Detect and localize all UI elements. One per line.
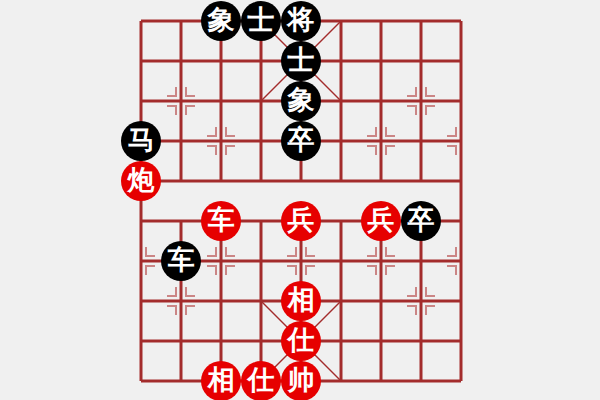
- piece-red-soldier[interactable]: 兵: [361, 201, 401, 241]
- piece-black-advisor[interactable]: 士: [241, 1, 281, 41]
- piece-red-soldier[interactable]: 兵: [281, 201, 321, 241]
- piece-red-advisor[interactable]: 仕: [281, 321, 321, 361]
- piece-black-soldier[interactable]: 卒: [281, 121, 321, 161]
- piece-red-advisor[interactable]: 仕: [241, 361, 281, 400]
- piece-red-elephant[interactable]: 相: [281, 281, 321, 321]
- piece-red-general[interactable]: 帅: [281, 361, 321, 400]
- piece-black-advisor[interactable]: 士: [281, 41, 321, 81]
- piece-black-horse[interactable]: 马: [121, 121, 161, 161]
- xiangqi-diagram: 象士将士象马卒炮车兵兵卒车相仕相仕帅: [0, 0, 600, 400]
- xiangqi-board: 象士将士象马卒炮车兵兵卒车相仕相仕帅: [121, 1, 481, 400]
- piece-black-chariot[interactable]: 车: [161, 241, 201, 281]
- piece-black-soldier[interactable]: 卒: [401, 201, 441, 241]
- piece-red-chariot[interactable]: 车: [201, 201, 241, 241]
- piece-red-cannon[interactable]: 炮: [121, 161, 161, 201]
- piece-red-elephant[interactable]: 相: [201, 361, 241, 400]
- piece-black-elephant[interactable]: 象: [281, 81, 321, 121]
- piece-black-elephant[interactable]: 象: [201, 1, 241, 41]
- piece-black-general[interactable]: 将: [281, 1, 321, 41]
- board-grid[interactable]: 象士将士象马卒炮车兵兵卒车相仕相仕帅: [121, 1, 481, 400]
